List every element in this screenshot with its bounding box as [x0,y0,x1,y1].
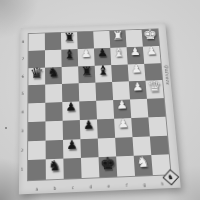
square-c4[interactable]: ♟ [62,101,80,120]
square-g3[interactable] [131,117,150,137]
board-grid: ♜♜♚♝♟♟♝♟♟♛♞♜♝♟♟♛♟♟♟♟♟♞♚♞ [28,29,171,180]
black-queen[interactable]: ♛ [28,73,45,74]
square-g5[interactable]: ♟ [129,81,147,100]
white-pawn[interactable]: ♟ [78,53,94,54]
square-d6[interactable]: ♜ [78,65,95,83]
square-a2[interactable] [28,140,46,160]
square-g1[interactable]: ♞ [134,155,153,176]
black-rook[interactable]: ♜ [78,71,95,72]
square-e3[interactable] [97,118,115,138]
white-pawn[interactable]: ♟ [114,124,131,125]
square-h3[interactable] [148,116,167,135]
square-d1[interactable] [81,157,99,178]
file-label-c: c [64,186,82,191]
black-knight[interactable]: ♞ [45,72,62,73]
black-pawn[interactable]: ♟ [62,107,79,108]
square-c2[interactable]: ♟ [63,139,81,159]
square-b3[interactable] [45,121,63,141]
rank-label-3: 3 [21,129,24,133]
square-c3[interactable] [63,120,81,140]
square-b4[interactable] [45,102,62,121]
knight-logo-icon: ♞ [167,174,174,181]
square-b6[interactable]: ♞ [45,67,62,85]
file-label-a: a [28,187,46,192]
file-labels: abcdefgh [28,182,172,192]
square-f3[interactable]: ♟ [114,118,132,138]
white-bishop[interactable]: ♝ [111,52,127,53]
square-b5[interactable] [45,84,62,103]
square-h2[interactable] [150,135,169,155]
square-h4[interactable] [147,98,166,117]
white-knight[interactable]: ♞ [134,161,152,162]
black-knight[interactable]: ♞ [46,165,64,166]
square-a6[interactable]: ♛ [28,67,45,85]
square-e4[interactable] [96,100,114,119]
square-c5[interactable] [62,83,79,102]
rank-label-6: 6 [21,75,24,79]
black-bishop[interactable]: ♝ [95,70,112,71]
square-f6[interactable] [111,64,129,82]
rank-label-7: 7 [22,58,25,62]
square-d2[interactable] [80,138,98,158]
file-label-d: d [82,185,100,190]
square-a8[interactable] [29,33,45,50]
square-f1[interactable] [116,156,135,177]
black-king[interactable]: ♚ [99,163,117,164]
square-e1[interactable]: ♚ [99,157,118,178]
black-bishop[interactable]: ♝ [61,54,77,55]
square-f2[interactable] [115,137,134,157]
black-rook[interactable]: ♜ [61,37,77,38]
board-brand-text: Quivers [163,65,170,85]
square-d4[interactable] [79,101,97,120]
square-h5[interactable]: ♛ [146,80,164,99]
square-a1[interactable] [28,160,46,181]
square-b8[interactable] [45,33,61,50]
file-label-g: g [136,183,154,188]
rank-label-4: 4 [21,111,24,115]
rank-label-8: 8 [22,41,25,45]
black-pawn[interactable]: ♟ [63,145,80,146]
square-d5[interactable] [79,83,96,102]
black-pawn[interactable]: ♟ [80,125,97,126]
square-c7[interactable]: ♝ [61,49,78,67]
square-h7[interactable]: ♟ [143,46,161,64]
white-queen[interactable]: ♛ [146,86,163,87]
board-photo: ♜♜♚♝♟♟♝♟♟♛♞♜♝♟♟♛♟♟♟♟♟♞♚♞ abcdefgh 876543… [0,0,200,200]
square-c6[interactable] [62,66,79,84]
white-pawn[interactable]: ♟ [113,105,130,106]
black-pawn[interactable]: ♟ [94,53,110,54]
white-pawn[interactable]: ♟ [143,51,159,52]
white-king[interactable]: ♚ [142,34,158,35]
white-pawn[interactable]: ♟ [129,86,146,87]
square-c1[interactable] [63,158,81,179]
rank-labels: 87654321 [21,34,25,180]
file-label-f: f [118,184,136,189]
rank-label-5: 5 [21,93,24,97]
white-pawn[interactable]: ♟ [127,52,143,53]
square-a5[interactable] [28,85,45,104]
square-a4[interactable] [28,103,45,122]
square-f7[interactable]: ♝ [110,47,127,65]
square-a3[interactable] [28,121,45,141]
file-label-b: b [46,187,64,192]
file-label-e: e [100,184,118,189]
rank-label-2: 2 [21,149,24,153]
square-f5[interactable] [112,82,130,101]
square-e5[interactable] [95,82,113,101]
square-f4[interactable]: ♟ [113,99,131,118]
rank-label-1: 1 [21,168,24,172]
white-rook[interactable]: ♜ [110,35,126,36]
white-pawn[interactable]: ♟ [128,69,145,70]
square-g4[interactable] [130,99,148,118]
square-d3[interactable]: ♟ [80,119,98,139]
square-b1[interactable]: ♞ [46,159,64,180]
square-e6[interactable]: ♝ [95,65,112,83]
chess-board: ♜♜♚♝♟♟♝♟♟♛♞♜♝♟♟♛♟♟♟♟♟♞♚♞ abcdefgh 876543… [19,23,181,195]
